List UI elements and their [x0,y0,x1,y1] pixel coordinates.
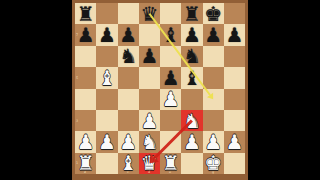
square-e6[interactable] [160,46,181,67]
piece-black-pawn-g7[interactable]: ♟ [204,25,222,45]
piece-black-knight-c6[interactable]: ♞ [119,46,137,66]
square-h8[interactable] [224,3,245,24]
square-c3[interactable] [118,110,139,131]
square-h7[interactable]: ♟ [224,24,245,45]
piece-white-pawn-e4[interactable]: ♟ [162,89,180,109]
square-e8[interactable] [160,3,181,24]
chess-board[interactable]: ♜8♛♜♚♟7♟♟♝♟♟♟6♞♟♞5♝♟♝4♟3♟♞♟2♟♟♞♟♟♟♜1ab♝c… [75,3,245,174]
square-h1[interactable]: h [224,153,245,174]
square-d7[interactable] [139,24,160,45]
square-d5[interactable] [139,67,160,88]
square-a3[interactable]: 3 [75,110,96,131]
square-g4[interactable] [203,89,224,110]
square-c6[interactable]: ♞ [118,46,139,67]
piece-white-pawn-g2[interactable]: ♟ [204,132,222,152]
piece-black-queen-d8[interactable]: ♛ [140,4,158,24]
board-frame: ♜8♛♜♚♟7♟♟♝♟♟♟6♞♟♞5♝♟♝4♟3♟♞♟2♟♟♞♟♟♟♜1ab♝c… [72,0,248,180]
square-d6[interactable]: ♟ [139,46,160,67]
rank-label-4: 4 [74,98,78,101]
square-g5[interactable] [203,67,224,88]
square-g1[interactable]: ♚g [203,153,224,174]
piece-black-pawn-c7[interactable]: ♟ [119,25,137,45]
file-label-h: h [232,170,236,173]
square-c4[interactable] [118,89,139,110]
square-a2[interactable]: ♟2 [75,131,96,152]
rank-label-3: 3 [74,119,78,122]
piece-black-rook-a8[interactable]: ♜ [77,4,95,24]
square-f3[interactable]: ♞ [181,110,202,131]
file-label-a: a [83,170,87,173]
square-g3[interactable] [203,110,224,131]
rank-label-6: 6 [74,55,78,58]
square-h4[interactable] [224,89,245,110]
square-h3[interactable] [224,110,245,131]
square-f6[interactable]: ♞ [181,46,202,67]
square-b6[interactable] [96,46,117,67]
square-c1[interactable]: ♝c [118,153,139,174]
square-f1[interactable]: f [181,153,202,174]
piece-black-bishop-f5[interactable]: ♝ [183,68,201,88]
square-d4[interactable] [139,89,160,110]
file-label-d: d [147,170,151,173]
square-e2[interactable] [160,131,181,152]
piece-white-knight-f3[interactable]: ♞ [183,111,201,131]
square-a7[interactable]: ♟7 [75,24,96,45]
square-h6[interactable] [224,46,245,67]
piece-black-rook-f8[interactable]: ♜ [183,4,201,24]
square-e3[interactable] [160,110,181,131]
square-b7[interactable]: ♟ [96,24,117,45]
piece-black-pawn-a7[interactable]: ♟ [77,25,95,45]
square-a5[interactable]: 5 [75,67,96,88]
piece-black-bishop-e7[interactable]: ♝ [162,25,180,45]
square-b8[interactable] [96,3,117,24]
piece-white-knight-d2[interactable]: ♞ [140,132,158,152]
square-e1[interactable]: ♜e [160,153,181,174]
piece-white-pawn-h2[interactable]: ♟ [225,132,243,152]
file-label-b: b [104,170,108,173]
piece-black-pawn-f7[interactable]: ♟ [183,25,201,45]
square-f2[interactable]: ♟ [181,131,202,152]
square-e5[interactable]: ♟ [160,67,181,88]
piece-black-pawn-b7[interactable]: ♟ [98,25,116,45]
letterbox-left [0,0,72,180]
piece-white-pawn-b2[interactable]: ♟ [98,132,116,152]
square-e4[interactable]: ♟ [160,89,181,110]
square-b5[interactable]: ♝ [96,67,117,88]
square-d3[interactable]: ♟ [139,110,160,131]
file-label-c: c [125,170,129,173]
square-c8[interactable] [118,3,139,24]
piece-white-pawn-f2[interactable]: ♟ [183,132,201,152]
square-f7[interactable]: ♟ [181,24,202,45]
square-d2[interactable]: ♞ [139,131,160,152]
square-e7[interactable]: ♝ [160,24,181,45]
piece-white-pawn-d3[interactable]: ♟ [140,111,158,131]
piece-black-pawn-h7[interactable]: ♟ [225,25,243,45]
file-label-g: g [210,170,214,173]
square-h2[interactable]: ♟ [224,131,245,152]
letterbox-right [248,0,320,180]
square-b2[interactable]: ♟ [96,131,117,152]
square-c2[interactable]: ♟ [118,131,139,152]
file-label-f: f [189,170,193,173]
square-b3[interactable] [96,110,117,131]
piece-white-bishop-b5[interactable]: ♝ [98,68,116,88]
square-h5[interactable] [224,67,245,88]
square-g2[interactable]: ♟ [203,131,224,152]
video-frame: ♜8♛♜♚♟7♟♟♝♟♟♟6♞♟♞5♝♟♝4♟3♟♞♟2♟♟♞♟♟♟♜1ab♝c… [0,0,320,180]
square-f5[interactable]: ♝ [181,67,202,88]
square-g7[interactable]: ♟ [203,24,224,45]
piece-black-knight-f6[interactable]: ♞ [183,46,201,66]
square-b4[interactable] [96,89,117,110]
piece-white-pawn-c2[interactable]: ♟ [119,132,137,152]
piece-black-pawn-d6[interactable]: ♟ [140,46,158,66]
rank-label-7: 7 [74,33,78,36]
square-a4[interactable]: 4 [75,89,96,110]
piece-black-king-g8[interactable]: ♚ [204,4,222,24]
square-d1[interactable]: ♛d [139,153,160,174]
piece-black-pawn-e5[interactable]: ♟ [162,68,180,88]
square-f8[interactable]: ♜ [181,3,202,24]
square-a1[interactable]: ♜1a [75,153,96,174]
square-c5[interactable] [118,67,139,88]
square-f4[interactable] [181,89,202,110]
square-a6[interactable]: 6 [75,46,96,67]
square-g6[interactable] [203,46,224,67]
rank-label-1: 1 [74,162,78,165]
square-c7[interactable]: ♟ [118,24,139,45]
piece-white-pawn-a2[interactable]: ♟ [77,132,95,152]
square-b1[interactable]: b [96,153,117,174]
rank-label-5: 5 [74,76,78,79]
rank-label-2: 2 [74,140,78,143]
square-g8[interactable]: ♚ [203,3,224,24]
file-label-e: e [168,170,172,173]
rank-label-8: 8 [74,12,78,15]
square-d8[interactable]: ♛ [139,3,160,24]
square-a8[interactable]: ♜8 [75,3,96,24]
